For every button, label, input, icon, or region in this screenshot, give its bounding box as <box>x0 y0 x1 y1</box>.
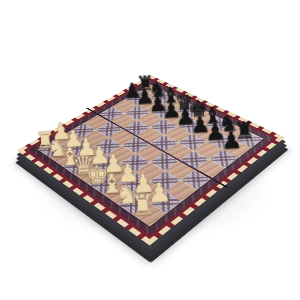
white-rook: ♜ <box>130 191 156 220</box>
board-square: ♟ <box>222 140 251 158</box>
product-photo-scene: ♜♞♝♛♚♝♞♜♟♟♟♟♟♟♟♟♟♟♟♟♟♟♟♟♜♞♝♛♚♝♞♜ <box>0 0 300 300</box>
black-pawn: ♟ <box>220 128 243 153</box>
